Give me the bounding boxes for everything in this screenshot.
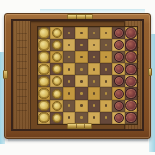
square[interactable] [100, 112, 112, 124]
square[interactable] [125, 87, 137, 99]
peg-hole [68, 80, 71, 83]
white-counter[interactable] [52, 40, 62, 50]
white-counter[interactable] [52, 113, 62, 123]
square[interactable] [50, 75, 62, 87]
peg-hole [68, 32, 71, 35]
white-counter[interactable] [52, 76, 62, 86]
white-counter[interactable] [52, 89, 62, 99]
square[interactable] [112, 100, 124, 112]
peg-hole [80, 32, 83, 35]
square[interactable] [50, 87, 62, 99]
left-clasp-icon [3, 70, 8, 79]
square[interactable] [88, 112, 100, 124]
black-counter[interactable] [125, 64, 137, 76]
square[interactable] [88, 63, 100, 75]
square[interactable] [112, 27, 124, 39]
square[interactable] [125, 100, 137, 112]
square[interactable] [88, 27, 100, 39]
square[interactable] [100, 75, 112, 87]
peg-hole [68, 68, 71, 71]
black-counter[interactable] [114, 101, 124, 111]
peg-hole [80, 68, 83, 71]
peg-hole [105, 80, 108, 83]
square[interactable] [50, 100, 62, 112]
peg-hole [93, 92, 96, 95]
square[interactable] [88, 100, 100, 112]
square[interactable] [88, 87, 100, 99]
wooden-tray [4, 13, 151, 139]
black-counter[interactable] [114, 64, 124, 74]
square[interactable] [63, 51, 75, 63]
square[interactable] [125, 51, 137, 63]
square[interactable] [63, 75, 75, 87]
square[interactable] [112, 63, 124, 75]
peg-hole [93, 44, 96, 47]
square[interactable] [112, 87, 124, 99]
square[interactable] [125, 75, 137, 87]
board[interactable] [37, 26, 138, 125]
peg-hole [93, 68, 96, 71]
board-recess [11, 19, 144, 131]
white-counter[interactable] [38, 27, 50, 39]
square[interactable] [75, 87, 87, 99]
square[interactable] [38, 100, 50, 112]
square[interactable] [63, 27, 75, 39]
square[interactable] [100, 87, 112, 99]
white-counter[interactable] [38, 76, 50, 88]
black-counter[interactable] [125, 76, 137, 88]
black-counter[interactable] [114, 113, 124, 123]
square[interactable] [112, 39, 124, 51]
square[interactable] [100, 63, 112, 75]
peg-hole [68, 56, 71, 59]
square[interactable] [75, 100, 87, 112]
white-counter[interactable] [52, 52, 62, 62]
square[interactable] [63, 100, 75, 112]
white-counter[interactable] [38, 100, 50, 112]
hinge-knuckle [76, 124, 77, 128]
square[interactable] [112, 112, 124, 124]
peg-hole [105, 68, 108, 71]
black-counter[interactable] [114, 52, 124, 62]
square[interactable] [100, 100, 112, 112]
white-counter[interactable] [38, 39, 50, 51]
square[interactable] [38, 63, 50, 75]
square[interactable] [100, 51, 112, 63]
peg-hole [93, 32, 96, 35]
square[interactable] [38, 87, 50, 99]
peg-hole [93, 104, 96, 107]
square[interactable] [88, 75, 100, 87]
square[interactable] [100, 27, 112, 39]
white-counter[interactable] [38, 88, 50, 100]
peg-hole [68, 44, 71, 47]
peg-hole [105, 44, 108, 47]
white-counter[interactable] [38, 112, 50, 124]
left-panel-score-marks [17, 33, 27, 117]
peg-hole [68, 116, 71, 119]
square[interactable] [125, 39, 137, 51]
peg-hole [80, 44, 83, 47]
white-counter[interactable] [52, 101, 62, 111]
bottom-hinge-icon [67, 123, 92, 129]
square[interactable] [75, 27, 87, 39]
square[interactable] [75, 39, 87, 51]
peg-hole [93, 116, 96, 119]
square[interactable] [88, 51, 100, 63]
square[interactable] [50, 63, 62, 75]
square[interactable] [100, 39, 112, 51]
peg-hole [93, 80, 96, 83]
square[interactable] [63, 87, 75, 99]
tray-shadow [8, 139, 148, 142]
square[interactable] [63, 112, 75, 124]
peg-hole [105, 92, 108, 95]
white-counter[interactable] [38, 64, 50, 76]
peg-hole [93, 56, 96, 59]
white-counter[interactable] [38, 51, 50, 63]
square[interactable] [38, 51, 50, 63]
square[interactable] [50, 39, 62, 51]
square[interactable] [38, 39, 50, 51]
black-counter[interactable] [114, 89, 124, 99]
black-counter[interactable] [125, 100, 137, 112]
peg-hole [105, 32, 108, 35]
black-counter[interactable] [114, 28, 124, 38]
square[interactable] [50, 112, 62, 124]
peg-hole [80, 92, 83, 95]
square[interactable] [125, 27, 137, 39]
right-clasp-icon [148, 68, 152, 76]
peg-hole [105, 56, 108, 59]
peg-hole [80, 56, 83, 59]
peg-hole [68, 104, 71, 107]
black-counter[interactable] [125, 27, 137, 39]
square[interactable] [50, 27, 62, 39]
square[interactable] [112, 75, 124, 87]
square[interactable] [88, 39, 100, 51]
left-side-panel [13, 21, 31, 129]
black-counter[interactable] [125, 88, 137, 100]
peg-hole [80, 104, 83, 107]
square[interactable] [38, 75, 50, 87]
peg-hole [105, 104, 108, 107]
peg-hole [80, 80, 83, 83]
square[interactable] [112, 51, 124, 63]
square[interactable] [125, 112, 137, 124]
black-counter[interactable] [114, 76, 124, 86]
peg-hole [105, 116, 108, 119]
black-counter[interactable] [125, 39, 137, 51]
square[interactable] [63, 39, 75, 51]
square[interactable] [75, 75, 87, 87]
peg-hole [68, 92, 71, 95]
square[interactable] [38, 27, 50, 39]
square[interactable] [75, 112, 87, 124]
white-counter[interactable] [52, 64, 62, 74]
square[interactable] [75, 51, 87, 63]
hinge-knuckle [84, 124, 85, 128]
square[interactable] [125, 63, 137, 75]
black-counter[interactable] [125, 51, 137, 63]
square[interactable] [75, 63, 87, 75]
black-counter[interactable] [114, 40, 124, 50]
white-counter[interactable] [52, 28, 62, 38]
square[interactable] [38, 112, 50, 124]
black-counter[interactable] [125, 112, 137, 124]
peg-hole [80, 116, 83, 119]
square[interactable] [63, 63, 75, 75]
square[interactable] [50, 51, 62, 63]
